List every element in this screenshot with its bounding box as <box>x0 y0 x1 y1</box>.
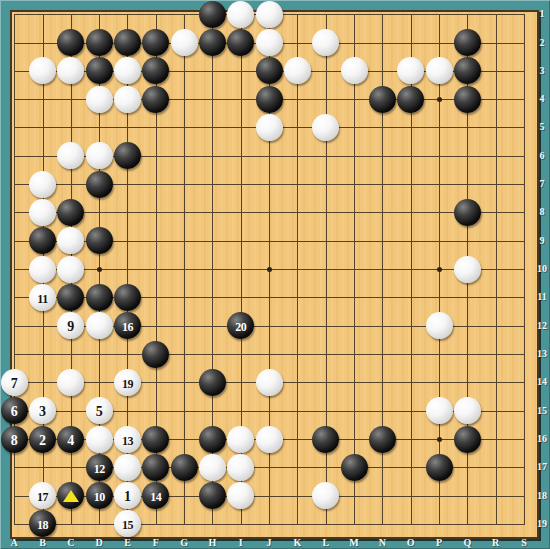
black-stone[interactable] <box>199 29 226 56</box>
column-label: M <box>344 537 364 548</box>
black-stone[interactable] <box>256 86 283 113</box>
row-label: 3 <box>534 65 550 76</box>
move-number: 15 <box>122 518 133 532</box>
row-label: 14 <box>534 376 550 387</box>
white-stone[interactable] <box>426 312 453 339</box>
move-number: 5 <box>96 404 103 419</box>
white-stone[interactable] <box>227 426 254 453</box>
white-stone[interactable] <box>57 369 84 396</box>
white-stone[interactable] <box>256 1 283 28</box>
move-number: 13 <box>122 434 133 448</box>
move-number: 9 <box>67 319 74 334</box>
column-label: G <box>174 537 194 548</box>
black-stone[interactable] <box>114 29 141 56</box>
white-stone[interactable] <box>256 426 283 453</box>
white-stone[interactable] <box>114 86 141 113</box>
white-stone[interactable] <box>86 86 113 113</box>
move-number: 10 <box>94 490 105 504</box>
row-label: 12 <box>534 320 550 331</box>
move-number: 3 <box>39 404 46 419</box>
white-stone[interactable] <box>426 57 453 84</box>
black-stone[interactable] <box>426 454 453 481</box>
black-stone[interactable] <box>114 284 141 311</box>
column-label: F <box>146 537 166 548</box>
white-stone[interactable]: 7 <box>1 369 28 396</box>
move-number: 12 <box>94 462 105 476</box>
row-label: 18 <box>534 490 550 501</box>
row-label: 15 <box>534 405 550 416</box>
row-label: 7 <box>534 178 550 189</box>
move-number: 1 <box>124 489 131 504</box>
move-number: 17 <box>37 490 48 504</box>
black-stone[interactable] <box>199 482 226 509</box>
move-number: 11 <box>37 292 47 306</box>
black-stone[interactable]: 12 <box>86 454 113 481</box>
white-stone[interactable] <box>426 397 453 424</box>
move-number: 8 <box>11 433 18 448</box>
black-stone[interactable] <box>454 29 481 56</box>
move-number: 16 <box>122 320 133 334</box>
black-stone[interactable] <box>199 1 226 28</box>
white-stone[interactable] <box>454 397 481 424</box>
go-board-viewer: ABCDEFGHIJKLMNOPQRS123456789101112131415… <box>0 0 550 549</box>
black-stone[interactable]: 2 <box>29 426 56 453</box>
column-label: L <box>316 537 336 548</box>
black-stone[interactable]: 6 <box>1 397 28 424</box>
black-stone[interactable] <box>86 29 113 56</box>
white-stone[interactable] <box>227 1 254 28</box>
white-stone[interactable] <box>86 312 113 339</box>
black-stone[interactable] <box>454 199 481 226</box>
white-stone[interactable]: 3 <box>29 397 56 424</box>
white-stone[interactable] <box>256 29 283 56</box>
row-label: 5 <box>534 121 550 132</box>
move-number: 19 <box>122 377 133 391</box>
white-stone[interactable]: 5 <box>86 397 113 424</box>
column-label: E <box>117 537 137 548</box>
move-number: 18 <box>37 518 48 532</box>
white-stone[interactable]: 1 <box>114 482 141 509</box>
column-label: P <box>429 537 449 548</box>
row-label: 19 <box>534 518 550 529</box>
white-stone[interactable]: 17 <box>29 482 56 509</box>
white-stone[interactable] <box>29 199 56 226</box>
column-label: D <box>89 537 109 548</box>
black-stone[interactable]: 10 <box>86 482 113 509</box>
column-label: S <box>514 537 534 548</box>
column-label: C <box>61 537 81 548</box>
white-stone[interactable]: 19 <box>114 369 141 396</box>
column-label: J <box>259 537 279 548</box>
move-number: 14 <box>150 490 161 504</box>
white-stone[interactable] <box>171 29 198 56</box>
column-label: A <box>4 537 24 548</box>
grid-line-vertical <box>524 14 525 525</box>
move-number: 7 <box>11 376 18 391</box>
triangle-marker <box>63 490 79 502</box>
black-stone[interactable] <box>369 426 396 453</box>
column-label: K <box>287 537 307 548</box>
column-label: O <box>401 537 421 548</box>
column-label: Q <box>457 537 477 548</box>
white-stone[interactable] <box>114 454 141 481</box>
black-stone[interactable] <box>454 426 481 453</box>
black-stone[interactable] <box>369 86 396 113</box>
grid-line-vertical <box>496 14 497 525</box>
row-label: 2 <box>534 37 550 48</box>
row-label: 6 <box>534 150 550 161</box>
black-stone[interactable] <box>86 171 113 198</box>
white-stone[interactable] <box>454 256 481 283</box>
black-stone[interactable] <box>142 426 169 453</box>
black-stone[interactable] <box>86 227 113 254</box>
grid-line-vertical <box>354 14 355 525</box>
black-stone[interactable] <box>199 426 226 453</box>
column-label: H <box>202 537 222 548</box>
row-label: 4 <box>534 93 550 104</box>
black-stone[interactable] <box>142 454 169 481</box>
row-label: 8 <box>534 206 550 217</box>
column-label: I <box>231 537 251 548</box>
black-stone[interactable] <box>171 454 198 481</box>
black-stone[interactable] <box>454 86 481 113</box>
black-stone[interactable] <box>397 86 424 113</box>
move-number: 4 <box>67 433 74 448</box>
black-stone[interactable] <box>199 369 226 396</box>
row-label: 11 <box>534 291 550 302</box>
move-number: 20 <box>235 320 246 334</box>
white-stone[interactable] <box>199 454 226 481</box>
white-stone[interactable] <box>29 171 56 198</box>
move-number: 6 <box>11 404 18 419</box>
white-stone[interactable] <box>256 114 283 141</box>
row-label: 17 <box>534 461 550 472</box>
grid-line-vertical <box>297 14 298 525</box>
black-stone[interactable] <box>341 454 368 481</box>
white-stone[interactable] <box>256 369 283 396</box>
black-stone[interactable] <box>454 57 481 84</box>
white-stone[interactable] <box>227 454 254 481</box>
black-stone[interactable] <box>142 86 169 113</box>
star-point <box>437 437 442 442</box>
black-stone[interactable] <box>256 57 283 84</box>
row-label: 10 <box>534 263 550 274</box>
white-stone[interactable] <box>29 256 56 283</box>
row-label: 1 <box>534 8 550 19</box>
move-number: 2 <box>39 433 46 448</box>
column-label: B <box>33 537 53 548</box>
black-stone[interactable] <box>86 284 113 311</box>
black-stone[interactable]: 8 <box>1 426 28 453</box>
white-stone[interactable]: 11 <box>29 284 56 311</box>
white-stone[interactable] <box>57 256 84 283</box>
grid-line-horizontal <box>14 524 525 525</box>
black-stone[interactable] <box>142 341 169 368</box>
white-stone[interactable] <box>86 142 113 169</box>
column-label: R <box>486 537 506 548</box>
row-label: 16 <box>534 433 550 444</box>
row-label: 13 <box>534 348 550 359</box>
grid-line-horizontal <box>14 354 525 355</box>
row-label: 9 <box>534 235 550 246</box>
white-stone[interactable] <box>86 426 113 453</box>
white-stone[interactable] <box>341 57 368 84</box>
white-stone[interactable]: 13 <box>114 426 141 453</box>
black-stone[interactable] <box>312 426 339 453</box>
black-stone[interactable]: 16 <box>114 312 141 339</box>
column-label: N <box>372 537 392 548</box>
white-stone[interactable] <box>312 114 339 141</box>
black-stone[interactable]: 4 <box>57 426 84 453</box>
black-stone[interactable] <box>86 57 113 84</box>
